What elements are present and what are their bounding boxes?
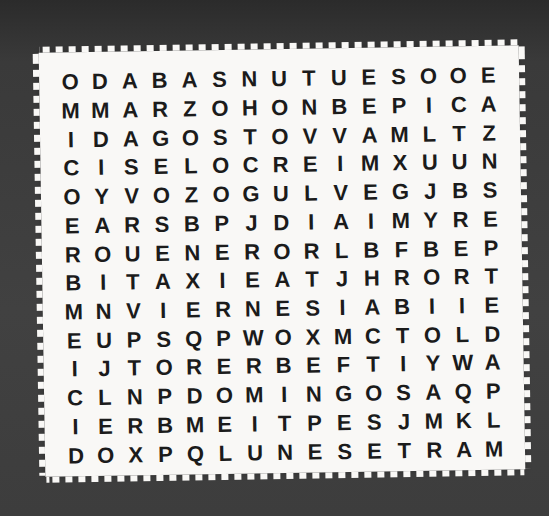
cell-r13c3[interactable]: R xyxy=(120,412,150,441)
cell-r11c11[interactable]: T xyxy=(358,350,388,379)
cell-r13c2[interactable]: E xyxy=(90,412,120,441)
cell-r14c13[interactable]: R xyxy=(419,436,449,465)
cell-r1c5[interactable]: A xyxy=(174,66,204,95)
cell-r10c14[interactable]: L xyxy=(447,320,477,349)
cell-r7c12[interactable]: F xyxy=(386,235,416,264)
stamp-perforation-left xyxy=(33,54,46,476)
cell-r8c2[interactable]: I xyxy=(88,269,118,298)
cell-r3c15[interactable]: Z xyxy=(474,119,504,148)
cell-r12c10[interactable]: G xyxy=(329,380,359,409)
cell-r6c5[interactable]: B xyxy=(177,210,207,239)
cell-r10c9[interactable]: X xyxy=(298,323,328,352)
cell-r13c4[interactable]: B xyxy=(150,411,180,440)
cell-r14c2[interactable]: O xyxy=(91,441,121,470)
cell-r8c7[interactable]: E xyxy=(237,266,267,295)
cell-r2c2[interactable]: M xyxy=(85,96,115,125)
cell-r2c1[interactable]: M xyxy=(55,97,85,126)
cell-r6c6[interactable]: P xyxy=(207,209,237,238)
cell-r1c15[interactable]: E xyxy=(473,62,503,91)
cell-r10c15[interactable]: D xyxy=(477,320,507,349)
cell-r1c10[interactable]: U xyxy=(324,64,354,93)
cell-r8c13[interactable]: O xyxy=(416,263,446,292)
cell-r5c8[interactable]: U xyxy=(266,180,296,209)
cell-r9c8[interactable]: E xyxy=(268,294,298,323)
cell-r3c7[interactable]: T xyxy=(235,123,265,152)
cell-r12c3[interactable]: N xyxy=(120,383,150,412)
cell-r1c12[interactable]: S xyxy=(383,63,413,92)
cell-r7c4[interactable]: E xyxy=(147,239,177,268)
cell-r9c7[interactable]: N xyxy=(238,295,268,324)
cell-r5c6[interactable]: O xyxy=(206,181,236,210)
cell-r8c11[interactable]: H xyxy=(357,264,387,293)
cell-r9c2[interactable]: N xyxy=(88,297,118,326)
cell-r12c11[interactable]: O xyxy=(359,379,389,408)
cell-r12c6[interactable]: O xyxy=(209,382,239,411)
cell-r2c7[interactable]: H xyxy=(235,94,265,123)
cell-r1c14[interactable]: O xyxy=(443,62,473,91)
cell-r8c6[interactable]: I xyxy=(207,267,237,296)
cell-r2c12[interactable]: P xyxy=(384,92,414,121)
cell-r7c9[interactable]: R xyxy=(297,237,327,266)
cell-r6c7[interactable]: J xyxy=(236,209,266,238)
cell-r7c1[interactable]: R xyxy=(58,240,88,269)
cell-r11c5[interactable]: R xyxy=(179,353,209,382)
cell-r1c11[interactable]: E xyxy=(354,63,384,92)
cell-r11c4[interactable]: O xyxy=(149,354,179,383)
cell-r7c14[interactable]: E xyxy=(446,234,476,263)
cell-r1c9[interactable]: T xyxy=(294,64,324,93)
cell-r8c15[interactable]: T xyxy=(476,262,506,291)
cell-r4c13[interactable]: U xyxy=(415,149,445,178)
cell-r5c5[interactable]: Z xyxy=(176,181,206,210)
cell-r12c9[interactable]: N xyxy=(299,380,329,409)
cell-r3c12[interactable]: M xyxy=(384,120,414,149)
cell-r4c15[interactable]: N xyxy=(474,148,504,177)
cell-r4c10[interactable]: I xyxy=(325,150,355,179)
cell-r1c8[interactable]: U xyxy=(264,65,294,94)
cell-r7c7[interactable]: R xyxy=(237,238,267,267)
cell-r2c14[interactable]: C xyxy=(444,91,474,120)
letter-grid: ODABASNUTUESOOEMMARZOHONBEPICAIDAGOSTOVV… xyxy=(55,62,509,471)
cell-r2c10[interactable]: B xyxy=(324,93,354,122)
cell-r4c1[interactable]: C xyxy=(56,154,86,183)
cell-r11c10[interactable]: F xyxy=(328,351,358,380)
cell-r2c15[interactable]: A xyxy=(473,90,503,119)
cell-r1c13[interactable]: O xyxy=(413,62,443,91)
cell-r4c5[interactable]: L xyxy=(176,152,206,181)
cell-r6c1[interactable]: E xyxy=(57,212,87,241)
cell-r12c7[interactable]: M xyxy=(239,381,269,410)
cell-r13c6[interactable]: E xyxy=(210,410,240,439)
cell-r6c10[interactable]: A xyxy=(326,207,356,236)
cell-r6c12[interactable]: M xyxy=(386,206,416,235)
cell-r8c3[interactable]: T xyxy=(118,268,148,297)
cell-r4c8[interactable]: R xyxy=(265,151,295,180)
cell-r2c6[interactable]: O xyxy=(205,94,235,123)
cell-r13c12[interactable]: J xyxy=(389,407,419,436)
cell-r14c1[interactable]: D xyxy=(61,441,91,470)
cell-r3c4[interactable]: G xyxy=(145,124,175,153)
cell-r3c10[interactable]: V xyxy=(325,121,355,150)
cell-r14c5[interactable]: Q xyxy=(180,439,210,468)
cell-r1c7[interactable]: N xyxy=(234,65,264,94)
cell-r5c7[interactable]: G xyxy=(236,180,266,209)
cell-r14c4[interactable]: P xyxy=(150,440,180,469)
cell-r9c11[interactable]: A xyxy=(357,293,387,322)
cell-r5c14[interactable]: B xyxy=(445,177,475,206)
cell-r4c4[interactable]: E xyxy=(146,153,176,182)
cell-r5c11[interactable]: E xyxy=(355,178,385,207)
cell-r4c14[interactable]: U xyxy=(445,148,475,177)
cell-r7c13[interactable]: B xyxy=(416,235,446,264)
cell-r3c5[interactable]: O xyxy=(175,124,205,153)
cell-r5c10[interactable]: V xyxy=(326,179,356,208)
cell-r2c9[interactable]: N xyxy=(294,93,324,122)
cell-r3c2[interactable]: D xyxy=(86,125,116,154)
page-background: ODABASNUTUESOOEMMARZOHONBEPICAIDAGOSTOVV… xyxy=(0,0,549,516)
cell-r11c8[interactable]: B xyxy=(268,352,298,381)
cell-r7c8[interactable]: O xyxy=(267,237,297,266)
cell-r12c4[interactable]: P xyxy=(149,382,179,411)
cell-r9c14[interactable]: I xyxy=(447,292,477,321)
cell-r14c12[interactable]: T xyxy=(389,436,419,465)
cell-r12c5[interactable]: D xyxy=(179,382,209,411)
cell-r10c12[interactable]: T xyxy=(387,321,417,350)
cell-r13c13[interactable]: M xyxy=(419,407,449,436)
cell-r7c15[interactable]: P xyxy=(476,234,506,263)
cell-r11c9[interactable]: E xyxy=(298,351,328,380)
cell-r11c12[interactable]: I xyxy=(388,350,418,379)
cell-r13c1[interactable]: I xyxy=(60,413,90,442)
cell-r5c2[interactable]: Y xyxy=(87,182,117,211)
cell-r14c15[interactable]: M xyxy=(479,435,509,464)
cell-r7c5[interactable]: N xyxy=(177,238,207,267)
cell-r1c4[interactable]: B xyxy=(145,67,175,96)
cell-r4c12[interactable]: X xyxy=(385,149,415,178)
cell-r14c10[interactable]: S xyxy=(330,437,360,466)
cell-r3c8[interactable]: O xyxy=(265,122,295,151)
cell-r14c9[interactable]: E xyxy=(300,438,330,467)
cell-r13c9[interactable]: P xyxy=(299,409,329,438)
cell-r10c13[interactable]: O xyxy=(417,321,447,350)
puzzle-board: ODABASNUTUESOOEMMARZOHONBEPICAIDAGOSTOVV… xyxy=(39,45,526,476)
cell-r6c13[interactable]: Y xyxy=(416,206,446,235)
cell-r9c12[interactable]: B xyxy=(387,293,417,322)
cell-r14c3[interactable]: X xyxy=(121,440,151,469)
cell-r3c3[interactable]: A xyxy=(116,125,146,154)
cell-r14c6[interactable]: L xyxy=(210,439,240,468)
cell-r2c11[interactable]: E xyxy=(354,92,384,121)
cell-r10c10[interactable]: M xyxy=(328,322,358,351)
cell-r3c1[interactable]: I xyxy=(56,125,86,154)
cell-r2c13[interactable]: I xyxy=(414,91,444,120)
cell-r7c11[interactable]: B xyxy=(356,236,386,265)
cell-r11c7[interactable]: R xyxy=(239,352,269,381)
cell-r6c11[interactable]: I xyxy=(356,207,386,236)
cell-r6c14[interactable]: R xyxy=(445,206,475,235)
cell-r13c5[interactable]: M xyxy=(180,411,210,440)
cell-r8c14[interactable]: R xyxy=(446,263,476,292)
cell-r4c2[interactable]: I xyxy=(86,154,116,183)
cell-r13c7[interactable]: I xyxy=(240,410,270,439)
cell-r5c1[interactable]: O xyxy=(57,183,87,212)
cell-r2c8[interactable]: O xyxy=(264,93,294,122)
cell-r8c10[interactable]: J xyxy=(327,265,357,294)
cell-r4c11[interactable]: M xyxy=(355,150,385,179)
cell-r10c5[interactable]: Q xyxy=(178,325,208,354)
cell-r1c1[interactable]: O xyxy=(55,68,85,97)
cell-r13c8[interactable]: T xyxy=(269,409,299,438)
cell-r1c6[interactable]: S xyxy=(204,66,234,95)
cell-r5c3[interactable]: V xyxy=(116,182,146,211)
cell-r8c12[interactable]: R xyxy=(387,264,417,293)
stamp-perforation-top xyxy=(40,39,518,53)
cell-r10c4[interactable]: S xyxy=(149,325,179,354)
cell-r9c10[interactable]: I xyxy=(327,294,357,323)
cell-r7c6[interactable]: E xyxy=(207,238,237,267)
cell-r4c9[interactable]: E xyxy=(295,150,325,179)
cell-r14c8[interactable]: N xyxy=(270,438,300,467)
cell-r12c14[interactable]: Q xyxy=(448,378,478,407)
cell-r3c14[interactable]: T xyxy=(444,119,474,148)
cell-r6c9[interactable]: I xyxy=(296,208,326,237)
cell-r10c6[interactable]: P xyxy=(208,324,238,353)
cell-r9c15[interactable]: E xyxy=(477,291,507,320)
cell-r13c15[interactable]: L xyxy=(478,406,508,435)
cell-r11c14[interactable]: W xyxy=(448,349,478,378)
cell-r9c3[interactable]: V xyxy=(118,297,148,326)
cell-r12c12[interactable]: S xyxy=(388,379,418,408)
cell-r11c2[interactable]: J xyxy=(89,355,119,384)
cell-r13c10[interactable]: E xyxy=(329,408,359,437)
cell-r11c1[interactable]: I xyxy=(59,355,89,384)
cell-r7c10[interactable]: L xyxy=(326,236,356,265)
cell-r9c6[interactable]: R xyxy=(208,295,238,324)
cell-r8c5[interactable]: X xyxy=(178,267,208,296)
cell-r12c13[interactable]: A xyxy=(418,378,448,407)
cell-r10c11[interactable]: C xyxy=(358,322,388,351)
cell-r5c15[interactable]: S xyxy=(475,176,505,205)
cell-r1c3[interactable]: A xyxy=(115,67,145,96)
cell-r9c9[interactable]: S xyxy=(297,294,327,323)
cell-r4c7[interactable]: C xyxy=(235,151,265,180)
cell-r5c4[interactable]: O xyxy=(146,181,176,210)
cell-r8c1[interactable]: B xyxy=(58,269,88,298)
cell-r3c13[interactable]: L xyxy=(414,120,444,149)
cell-r2c4[interactable]: R xyxy=(145,95,175,124)
cell-r3c11[interactable]: A xyxy=(354,121,384,150)
cell-r6c4[interactable]: S xyxy=(147,210,177,239)
stamp-perforation-right xyxy=(519,46,532,468)
cell-r12c2[interactable]: L xyxy=(90,383,120,412)
cell-r14c11[interactable]: E xyxy=(359,437,389,466)
cell-r10c2[interactable]: U xyxy=(89,326,119,355)
cell-r2c3[interactable]: A xyxy=(115,96,145,125)
cell-r5c9[interactable]: L xyxy=(296,179,326,208)
cell-r7c2[interactable]: O xyxy=(88,240,118,269)
cell-r8c4[interactable]: A xyxy=(148,268,178,297)
cell-r14c14[interactable]: A xyxy=(449,435,479,464)
cell-r3c6[interactable]: S xyxy=(205,123,235,152)
cell-r2c5[interactable]: Z xyxy=(175,95,205,124)
cell-r9c5[interactable]: E xyxy=(178,296,208,325)
cell-r8c9[interactable]: T xyxy=(297,265,327,294)
cell-r10c7[interactable]: W xyxy=(238,324,268,353)
cell-r10c3[interactable]: P xyxy=(119,326,149,355)
cell-r12c8[interactable]: I xyxy=(269,381,299,410)
stamp-perforation-bottom xyxy=(46,469,524,483)
cell-r12c1[interactable]: C xyxy=(60,384,90,413)
cell-r4c6[interactable]: O xyxy=(206,152,236,181)
cell-r5c12[interactable]: G xyxy=(385,178,415,207)
cell-r11c13[interactable]: Y xyxy=(418,350,448,379)
cell-r7c3[interactable]: U xyxy=(117,239,147,268)
cell-r5c13[interactable]: J xyxy=(415,177,445,206)
cell-r6c3[interactable]: R xyxy=(117,211,147,240)
cell-r13c14[interactable]: K xyxy=(449,406,479,435)
cell-r6c15[interactable]: E xyxy=(475,205,505,234)
cell-r14c7[interactable]: U xyxy=(240,438,270,467)
cell-r10c8[interactable]: O xyxy=(268,323,298,352)
cell-r9c1[interactable]: M xyxy=(59,298,89,327)
cell-r11c3[interactable]: T xyxy=(119,354,149,383)
cell-r10c1[interactable]: E xyxy=(59,326,89,355)
cell-r6c8[interactable]: D xyxy=(266,208,296,237)
cell-r1c2[interactable]: D xyxy=(85,68,115,97)
cell-r9c13[interactable]: I xyxy=(417,292,447,321)
cell-r12c15[interactable]: P xyxy=(478,377,508,406)
cell-r6c2[interactable]: A xyxy=(87,211,117,240)
cell-r4c3[interactable]: S xyxy=(116,153,146,182)
cell-r9c4[interactable]: I xyxy=(148,296,178,325)
cell-r13c11[interactable]: S xyxy=(359,408,389,437)
cell-r8c8[interactable]: A xyxy=(267,266,297,295)
cell-r3c9[interactable]: V xyxy=(295,122,325,151)
cell-r11c15[interactable]: A xyxy=(478,349,508,378)
cell-r11c6[interactable]: E xyxy=(209,353,239,382)
